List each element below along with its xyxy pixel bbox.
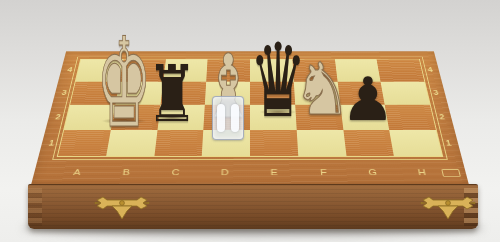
file-label-a: A (51, 163, 104, 180)
maker-stamp (441, 169, 461, 176)
brass-latch-left-icon[interactable] (94, 194, 150, 222)
black-rook[interactable]: ♜ (146, 55, 197, 133)
rank-label-4: 4 (422, 59, 438, 81)
box-front-panel (28, 184, 478, 229)
file-label-b: B (101, 163, 153, 180)
file-label-d: D (200, 163, 250, 180)
clip-slot (231, 104, 239, 132)
rank-label-3: 3 (428, 81, 445, 105)
scene: 4321 4321 ABCDEFGH ♚♜♝♛♞♟ (0, 0, 500, 242)
file-label-c: C (151, 163, 202, 180)
file-label-g: G (347, 163, 399, 180)
clip-slot (217, 104, 225, 132)
plastic-clip[interactable] (212, 96, 244, 140)
file-labels: ABCDEFGH (51, 163, 449, 180)
file-label-e: E (250, 163, 300, 180)
brass-latch-right-icon[interactable] (420, 194, 476, 222)
finger-joint-left (28, 188, 42, 226)
white-king[interactable]: ♚ (96, 21, 152, 145)
file-label-f: F (299, 163, 350, 180)
square-h1 (389, 130, 442, 157)
black-pawn[interactable]: ♟ (341, 69, 395, 129)
